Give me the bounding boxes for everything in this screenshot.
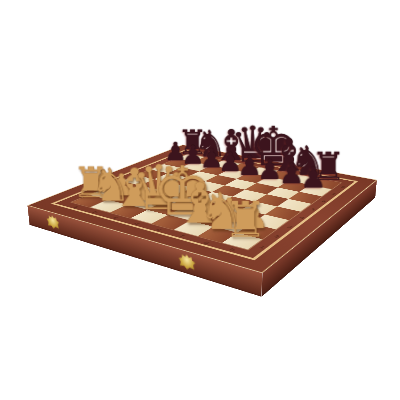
black-pawn[interactable]: ♟	[279, 160, 303, 188]
product-photo-stage: ♜♞♝♛♚♝♞♜♟♟♟♟♟♟♟♟♟♟♟♟♟♟♟♟♜♞♝♛♚♝♞♜ abcdefg…	[0, 0, 400, 400]
black-pawn[interactable]: ♟	[258, 156, 281, 184]
brass-hinge-icon	[46, 214, 60, 231]
brass-hinge-icon	[179, 252, 196, 272]
chess-board: ♜♞♝♛♚♝♞♜♟♟♟♟♟♟♟♟♟♟♟♟♟♟♟♟♜♞♝♛♚♝♞♜ abcdefg…	[27, 145, 377, 273]
board-top-face: ♜♞♝♛♚♝♞♜♟♟♟♟♟♟♟♟♟♟♟♟♟♟♟♟♜♞♝♛♚♝♞♜ abcdefg…	[27, 145, 377, 273]
black-pawn[interactable]: ♟	[300, 163, 324, 192]
white-rook[interactable]: ♜	[223, 195, 253, 244]
perspective-viewport: ♜♞♝♛♚♝♞♜♟♟♟♟♟♟♟♟♟♟♟♟♟♟♟♟♜♞♝♛♚♝♞♜ abcdefg…	[0, 0, 400, 400]
